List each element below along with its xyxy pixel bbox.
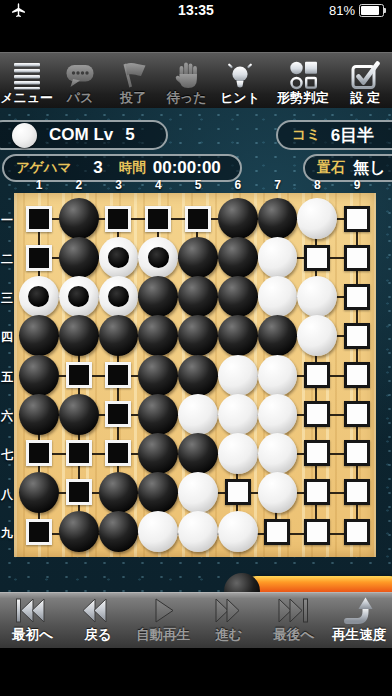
stones-layer	[19, 199, 377, 551]
board-point[interactable]	[178, 238, 218, 277]
white-territory-mark	[344, 323, 370, 349]
menu-label: メニュー	[0, 91, 53, 104]
white-stone	[218, 394, 258, 435]
resign-button[interactable]: 投了	[107, 53, 160, 108]
board-point[interactable]	[138, 512, 178, 551]
board-point[interactable]	[138, 277, 178, 316]
white-stone	[258, 394, 298, 435]
board-point[interactable]	[297, 434, 337, 473]
app-screen: 13:35 81% メニュー	[0, 0, 392, 696]
board-point[interactable]	[138, 434, 178, 473]
board-point[interactable]	[218, 473, 258, 512]
black-stone	[59, 315, 99, 356]
board-point[interactable]	[99, 277, 139, 316]
board-point[interactable]	[59, 316, 99, 355]
settings-button[interactable]: 設 定	[339, 53, 392, 108]
black-stone	[138, 433, 178, 474]
board-point[interactable]	[99, 434, 139, 473]
board-point[interactable]	[337, 199, 377, 238]
black-stone	[178, 237, 218, 278]
white-stone	[178, 472, 218, 513]
black-territory-mark	[26, 206, 52, 232]
black-stone	[218, 198, 258, 239]
board-point[interactable]	[218, 512, 258, 551]
playback-toolbar: 最初へ 戻る 自動再生 進む	[0, 592, 392, 648]
row-label: 七	[0, 447, 14, 464]
white-stone	[297, 198, 337, 239]
to-start-button[interactable]: 最初へ	[0, 593, 65, 648]
white-territory-mark	[344, 206, 370, 232]
dead-stone-dot	[28, 286, 49, 307]
board-point[interactable]	[138, 316, 178, 355]
white-territory-mark	[225, 479, 251, 505]
black-territory-mark	[66, 440, 92, 466]
board-point[interactable]	[59, 199, 99, 238]
black-stone	[59, 511, 99, 552]
column-label: 4	[148, 178, 168, 192]
board-point[interactable]	[297, 473, 337, 512]
black-territory-mark	[66, 479, 92, 505]
white-stone	[297, 276, 337, 317]
black-stone	[59, 394, 99, 435]
board-point[interactable]	[19, 316, 59, 355]
black-stone	[138, 355, 178, 396]
board-point[interactable]	[178, 512, 218, 551]
white-territory-mark	[344, 440, 370, 466]
board-point[interactable]	[297, 238, 337, 277]
hint-button[interactable]: ヒント	[213, 53, 266, 108]
row-label: 二	[0, 251, 14, 268]
column-label: 6	[228, 178, 248, 192]
white-territory-mark	[304, 362, 330, 388]
row-label: 三	[0, 290, 14, 307]
flag-icon	[118, 58, 148, 91]
board-point[interactable]	[297, 316, 337, 355]
board-point[interactable]	[59, 434, 99, 473]
black-stone	[138, 276, 178, 317]
board-point[interactable]	[218, 238, 258, 277]
rewind-icon	[81, 594, 115, 626]
black-stone	[59, 237, 99, 278]
board-point[interactable]	[99, 316, 139, 355]
board-point[interactable]	[99, 473, 139, 512]
board-point[interactable]	[178, 434, 218, 473]
board-point[interactable]	[178, 356, 218, 395]
white-territory-mark	[304, 479, 330, 505]
com-label: COM Lv	[49, 125, 113, 145]
white-stone	[178, 511, 218, 552]
komi-value: 6目半	[331, 124, 374, 147]
main-area: COM Lv 5 コミ 6目半 アゲハマ 3 時間 00:00:00 置石 無し…	[0, 108, 392, 592]
black-stone	[258, 315, 298, 356]
black-stone	[19, 394, 59, 435]
board-point[interactable]	[178, 473, 218, 512]
skip-to-start-icon	[14, 594, 52, 626]
board-point[interactable]	[138, 473, 178, 512]
komi-label: コミ	[292, 126, 321, 144]
black-territory-mark	[66, 362, 92, 388]
judge-label: 形勢判定	[277, 91, 329, 104]
hint-label: ヒント	[220, 91, 260, 104]
board-point[interactable]	[337, 316, 377, 355]
white-territory-mark	[304, 440, 330, 466]
back-button[interactable]: 戻る	[65, 593, 130, 648]
battery-percent: 81%	[329, 3, 355, 18]
position-judge-icon	[288, 58, 318, 91]
board-point[interactable]	[297, 199, 337, 238]
go-board[interactable]	[14, 193, 376, 557]
black-stone	[19, 315, 59, 356]
white-territory-mark	[344, 284, 370, 310]
board-point[interactable]	[258, 473, 298, 512]
board-point[interactable]	[258, 434, 298, 473]
white-territory-mark	[344, 245, 370, 271]
black-stone	[218, 276, 258, 317]
com-level: 5	[125, 125, 134, 145]
board-point[interactable]	[297, 277, 337, 316]
white-stone	[178, 394, 218, 435]
column-label: 5	[188, 178, 208, 192]
white-stone-icon	[12, 123, 37, 148]
settings-label: 設 定	[350, 91, 380, 104]
white-stone	[258, 355, 298, 396]
undo-button[interactable]: 待った	[160, 53, 213, 108]
black-stone	[99, 472, 139, 513]
board-point[interactable]	[138, 356, 178, 395]
column-label: 7	[268, 178, 288, 192]
board-point[interactable]	[99, 199, 139, 238]
board-point[interactable]	[337, 512, 377, 551]
board-point[interactable]	[19, 356, 59, 395]
board-point[interactable]	[258, 238, 298, 277]
white-territory-mark	[344, 519, 370, 545]
board-point[interactable]	[337, 434, 377, 473]
board-point[interactable]	[59, 356, 99, 395]
column-label: 2	[69, 178, 89, 192]
row-label: 八	[0, 486, 14, 503]
board-point[interactable]	[297, 512, 337, 551]
handicap-value: 無し	[353, 158, 385, 179]
column-label: 8	[307, 178, 327, 192]
black-stone	[178, 315, 218, 356]
captures-label: アゲハマ	[16, 159, 71, 177]
black-stone	[59, 198, 99, 239]
dead-white-stone	[138, 237, 178, 278]
board-point[interactable]	[258, 199, 298, 238]
column-label: 3	[109, 178, 129, 192]
board-point[interactable]	[99, 512, 139, 551]
black-territory-mark	[26, 440, 52, 466]
white-stone	[218, 355, 258, 396]
board-point[interactable]	[258, 395, 298, 434]
row-label: 一	[0, 212, 14, 229]
black-stone	[19, 472, 59, 513]
white-stone	[258, 276, 298, 317]
dead-stone-dot	[108, 286, 129, 307]
board-point[interactable]	[59, 395, 99, 434]
battery-icon	[359, 4, 384, 17]
time-value: 00:00:00	[153, 158, 221, 178]
forward-label: 進む	[215, 626, 242, 644]
board-point[interactable]	[218, 356, 258, 395]
time-label: 時間	[119, 159, 146, 177]
black-stone	[19, 355, 59, 396]
row-label: 九	[0, 525, 14, 542]
board-point[interactable]	[99, 238, 139, 277]
white-territory-mark	[344, 479, 370, 505]
board-point[interactable]	[337, 473, 377, 512]
black-territory-mark	[105, 362, 131, 388]
board-point[interactable]	[337, 277, 377, 316]
black-territory-mark	[145, 206, 171, 232]
row-label: 六	[0, 408, 14, 425]
white-stone	[218, 433, 258, 474]
bottom-black-area	[0, 648, 392, 696]
resign-label: 投了	[120, 91, 146, 104]
white-territory-mark	[304, 245, 330, 271]
black-stone	[258, 198, 298, 239]
dead-white-stone	[19, 276, 59, 317]
black-territory-mark	[26, 519, 52, 545]
judge-button[interactable]: 形勢判定	[267, 53, 339, 108]
board-point[interactable]	[218, 316, 258, 355]
board-point[interactable]	[218, 199, 258, 238]
forward-button[interactable]: 進む	[196, 593, 261, 648]
status-bar: 13:35 81%	[0, 0, 392, 52]
board-point[interactable]	[99, 356, 139, 395]
board-point[interactable]	[258, 512, 298, 551]
dead-white-stone	[59, 276, 99, 317]
board-point[interactable]	[59, 512, 99, 551]
white-territory-mark	[344, 362, 370, 388]
black-stone	[178, 355, 218, 396]
white-stone	[258, 433, 298, 474]
white-territory-mark	[304, 401, 330, 427]
board-point[interactable]	[258, 316, 298, 355]
board-point[interactable]	[19, 473, 59, 512]
pass-label: パス	[67, 91, 94, 104]
white-stone	[297, 315, 337, 356]
autoplay-button[interactable]: 自動再生	[131, 593, 196, 648]
dead-stone-dot	[68, 286, 89, 307]
undo-label: 待った	[167, 91, 207, 104]
board-point[interactable]	[19, 238, 59, 277]
board-point[interactable]	[138, 395, 178, 434]
pass-button[interactable]: パス	[53, 53, 106, 108]
board-point[interactable]	[19, 277, 59, 316]
playback-speed-button[interactable]: 再生速度	[327, 593, 392, 648]
speech-bubble-icon	[65, 58, 95, 91]
board-point[interactable]	[59, 473, 99, 512]
column-label: 1	[29, 178, 49, 192]
black-territory-mark	[105, 401, 131, 427]
column-label: 9	[347, 178, 367, 192]
white-stone	[218, 511, 258, 552]
black-territory-mark	[105, 206, 131, 232]
white-stone	[258, 237, 298, 278]
board-point[interactable]	[297, 356, 337, 395]
white-stone	[258, 472, 298, 513]
fast-forward-icon	[212, 594, 246, 626]
board-point[interactable]	[138, 199, 178, 238]
black-stone	[218, 237, 258, 278]
black-territory-mark	[26, 245, 52, 271]
lightbulb-icon	[225, 58, 255, 91]
column-coordinates: 123456789	[0, 178, 392, 191]
white-territory-mark	[344, 401, 370, 427]
board-point[interactable]	[138, 238, 178, 277]
board-point[interactable]	[178, 277, 218, 316]
board-point[interactable]	[337, 238, 377, 277]
board-point[interactable]	[99, 395, 139, 434]
to-end-label: 最後へ	[274, 626, 315, 644]
black-stone	[178, 433, 218, 474]
board-point[interactable]	[19, 434, 59, 473]
board-point[interactable]	[19, 199, 59, 238]
board-point[interactable]	[218, 395, 258, 434]
black-territory-mark	[105, 440, 131, 466]
white-stone	[138, 511, 178, 552]
top-toolbar: メニュー パス 投了	[0, 52, 392, 108]
player-info-pill: COM Lv 5	[0, 120, 168, 150]
black-stone	[138, 394, 178, 435]
dead-white-stone	[99, 237, 139, 278]
black-territory-mark	[185, 206, 211, 232]
black-stone	[99, 315, 139, 356]
board-point[interactable]	[258, 277, 298, 316]
board-point[interactable]	[337, 395, 377, 434]
row-label: 五	[0, 369, 14, 386]
black-stone	[218, 315, 258, 356]
board-point[interactable]	[258, 356, 298, 395]
black-stone	[138, 472, 178, 513]
board-point[interactable]	[19, 395, 59, 434]
dead-stone-dot	[148, 247, 169, 268]
captures-value: 3	[93, 158, 102, 178]
playback-speed-label: 再生速度	[332, 626, 386, 644]
skip-to-end-icon	[275, 594, 313, 626]
to-start-label: 最初へ	[12, 626, 53, 644]
play-icon	[148, 594, 178, 626]
to-end-button[interactable]: 最後へ	[261, 593, 326, 648]
menu-button[interactable]: メニュー	[0, 53, 53, 108]
board-point[interactable]	[178, 199, 218, 238]
hand-icon	[172, 58, 202, 91]
board-point[interactable]	[19, 512, 59, 551]
board-point[interactable]	[59, 277, 99, 316]
white-territory-mark	[304, 519, 330, 545]
board-point[interactable]	[218, 277, 258, 316]
board-point[interactable]	[178, 316, 218, 355]
board-point[interactable]	[218, 434, 258, 473]
black-stone	[138, 315, 178, 356]
board-point[interactable]	[337, 356, 377, 395]
board-point[interactable]	[178, 395, 218, 434]
autoplay-label: 自動再生	[136, 626, 190, 644]
dead-white-stone	[99, 276, 139, 317]
white-territory-mark	[264, 519, 290, 545]
dead-stone-dot	[108, 247, 129, 268]
black-stone	[178, 276, 218, 317]
board-point[interactable]	[297, 395, 337, 434]
komi-pill: コミ 6目半	[276, 120, 392, 150]
back-label: 戻る	[84, 626, 111, 644]
handicap-label: 置石	[317, 159, 345, 177]
black-stone	[99, 511, 139, 552]
row-label: 四	[0, 329, 14, 346]
menu-icon	[12, 58, 42, 91]
row-coordinates: 一二三四五六七八九	[0, 193, 14, 557]
curved-arrow-icon	[343, 594, 375, 626]
board-point[interactable]	[59, 238, 99, 277]
settings-checkbox-icon	[350, 58, 380, 91]
